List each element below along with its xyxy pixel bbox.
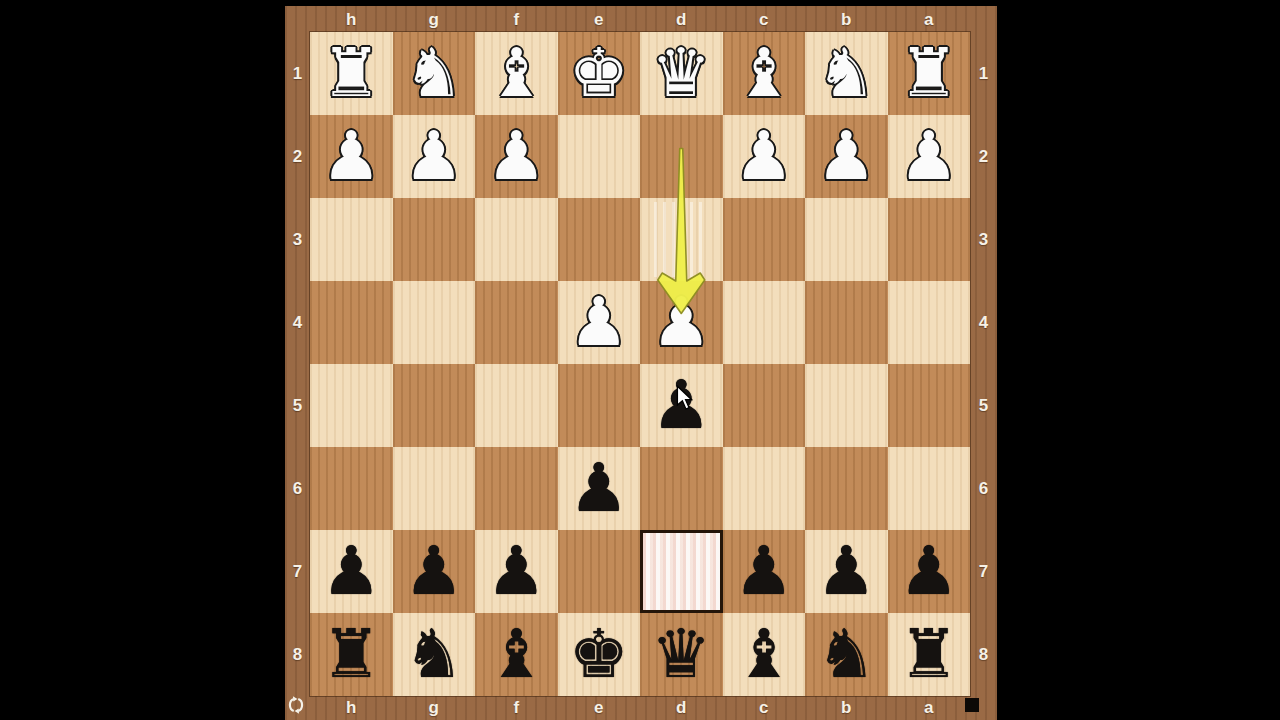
square-h3[interactable]	[310, 198, 393, 281]
square-g1[interactable]: ♞	[393, 32, 476, 115]
square-b8[interactable]: ♞	[805, 613, 888, 696]
file-label-f: f	[475, 6, 558, 32]
square-e7[interactable]	[558, 530, 641, 613]
square-h8[interactable]: ♜	[310, 613, 393, 696]
piece-black-pawn-b7[interactable]: ♟	[805, 530, 888, 613]
rank-label-2: 2	[970, 115, 997, 198]
square-g4[interactable]	[393, 281, 476, 364]
square-e3[interactable]	[558, 198, 641, 281]
file-label-a: a	[888, 696, 971, 720]
square-f8[interactable]: ♝	[475, 613, 558, 696]
square-f6[interactable]	[475, 447, 558, 530]
rank-label-1: 1	[285, 32, 310, 115]
rank-label-1: 1	[970, 32, 997, 115]
piece-black-pawn-e6[interactable]: ♟	[558, 447, 641, 530]
piece-black-pawn-d5[interactable]: ♟	[640, 364, 723, 447]
file-label-d: d	[640, 6, 723, 32]
piece-white-rook-h1[interactable]: ♜	[310, 32, 393, 115]
square-c2[interactable]: ♟	[723, 115, 806, 198]
piece-white-pawn-a2[interactable]: ♟	[888, 115, 971, 198]
file-label-c: c	[723, 696, 806, 720]
piece-black-pawn-f7[interactable]: ♟	[475, 530, 558, 613]
square-b5[interactable]	[805, 364, 888, 447]
piece-white-pawn-e4[interactable]: ♟	[558, 281, 641, 364]
file-label-e: e	[558, 6, 641, 32]
record-stop-icon[interactable]	[965, 698, 979, 712]
square-c3[interactable]	[723, 198, 806, 281]
video-stage: hgfedcba 12345678 12345678 hgfedcba ♜♞♝♚…	[0, 0, 1280, 720]
piece-white-pawn-h2[interactable]: ♟	[310, 115, 393, 198]
square-e1[interactable]: ♚	[558, 32, 641, 115]
square-a8[interactable]: ♜	[888, 613, 971, 696]
piece-white-queen-d1[interactable]: ♛	[640, 32, 723, 115]
piece-white-knight-g1[interactable]: ♞	[393, 32, 476, 115]
file-label-h: h	[310, 696, 393, 720]
square-d6[interactable]	[640, 447, 723, 530]
file-label-b: b	[805, 6, 888, 32]
square-f7[interactable]: ♟	[475, 530, 558, 613]
origin-square-highlight-d7	[640, 530, 723, 613]
square-f5[interactable]	[475, 364, 558, 447]
square-e4[interactable]: ♟	[558, 281, 641, 364]
square-g7[interactable]: ♟	[393, 530, 476, 613]
rank-label-4: 4	[970, 281, 997, 364]
square-b2[interactable]: ♟	[805, 115, 888, 198]
square-c5[interactable]	[723, 364, 806, 447]
file-label-b: b	[805, 696, 888, 720]
rank-labels-left: 12345678	[285, 32, 310, 696]
piece-black-king-e8[interactable]: ♚	[558, 613, 641, 696]
piece-white-rook-a1[interactable]: ♜	[888, 32, 971, 115]
rank-label-7: 7	[285, 530, 310, 613]
square-c1[interactable]: ♝	[723, 32, 806, 115]
piece-white-bishop-f1[interactable]: ♝	[475, 32, 558, 115]
rank-label-2: 2	[285, 115, 310, 198]
chess-board: ♜♞♝♚♛♝♞♜♟♟♟♟♟♟♟♟♟♟♟♟♟♟♟♟♜♞♝♚♛♝♞♜	[310, 32, 970, 696]
piece-black-bishop-f8[interactable]: ♝	[475, 613, 558, 696]
square-h2[interactable]: ♟	[310, 115, 393, 198]
square-b1[interactable]: ♞	[805, 32, 888, 115]
arrow-ghost-smudge	[654, 202, 708, 277]
rank-label-3: 3	[285, 198, 310, 281]
piece-black-rook-a8[interactable]: ♜	[888, 613, 971, 696]
piece-black-rook-h8[interactable]: ♜	[310, 613, 393, 696]
rank-label-8: 8	[285, 613, 310, 696]
file-label-g: g	[393, 6, 476, 32]
square-c6[interactable]	[723, 447, 806, 530]
square-b4[interactable]	[805, 281, 888, 364]
piece-black-knight-b8[interactable]: ♞	[805, 613, 888, 696]
square-f2[interactable]: ♟	[475, 115, 558, 198]
square-g3[interactable]	[393, 198, 476, 281]
square-h4[interactable]	[310, 281, 393, 364]
square-b3[interactable]	[805, 198, 888, 281]
square-a4[interactable]	[888, 281, 971, 364]
piece-white-bishop-c1[interactable]: ♝	[723, 32, 806, 115]
square-f3[interactable]	[475, 198, 558, 281]
square-g2[interactable]: ♟	[393, 115, 476, 198]
square-d8[interactable]: ♛	[640, 613, 723, 696]
square-c7[interactable]: ♟	[723, 530, 806, 613]
file-label-e: e	[558, 696, 641, 720]
square-e6[interactable]: ♟	[558, 447, 641, 530]
file-label-a: a	[888, 6, 971, 32]
square-g5[interactable]	[393, 364, 476, 447]
square-d2[interactable]	[640, 115, 723, 198]
file-label-d: d	[640, 696, 723, 720]
piece-black-pawn-c7[interactable]: ♟	[723, 530, 806, 613]
square-h6[interactable]	[310, 447, 393, 530]
square-g8[interactable]: ♞	[393, 613, 476, 696]
square-e2[interactable]	[558, 115, 641, 198]
rank-label-5: 5	[970, 364, 997, 447]
square-d5[interactable]: ♟	[640, 364, 723, 447]
piece-white-pawn-b2[interactable]: ♟	[805, 115, 888, 198]
file-label-h: h	[310, 6, 393, 32]
square-a5[interactable]	[888, 364, 971, 447]
square-d4[interactable]: ♟	[640, 281, 723, 364]
square-h5[interactable]	[310, 364, 393, 447]
rank-labels-right: 12345678	[970, 32, 997, 696]
rank-label-6: 6	[285, 447, 310, 530]
square-e5[interactable]	[558, 364, 641, 447]
square-b6[interactable]	[805, 447, 888, 530]
square-c4[interactable]	[723, 281, 806, 364]
square-e8[interactable]: ♚	[558, 613, 641, 696]
rank-label-6: 6	[970, 447, 997, 530]
file-label-c: c	[723, 6, 806, 32]
piece-white-knight-b1[interactable]: ♞	[805, 32, 888, 115]
square-h1[interactable]: ♜	[310, 32, 393, 115]
piece-black-pawn-h7[interactable]: ♟	[310, 530, 393, 613]
piece-white-pawn-d4[interactable]: ♟	[640, 281, 723, 364]
piece-black-knight-g8[interactable]: ♞	[393, 613, 476, 696]
square-h7[interactable]: ♟	[310, 530, 393, 613]
square-a7[interactable]: ♟	[888, 530, 971, 613]
file-label-g: g	[393, 696, 476, 720]
file-labels-bottom: hgfedcba	[310, 696, 970, 720]
board-frame: hgfedcba 12345678 12345678 hgfedcba ♜♞♝♚…	[285, 6, 997, 720]
square-a2[interactable]: ♟	[888, 115, 971, 198]
square-a1[interactable]: ♜	[888, 32, 971, 115]
square-f1[interactable]: ♝	[475, 32, 558, 115]
piece-black-pawn-g7[interactable]: ♟	[393, 530, 476, 613]
square-f4[interactable]	[475, 281, 558, 364]
piece-white-pawn-f2[interactable]: ♟	[475, 115, 558, 198]
piece-black-queen-d8[interactable]: ♛	[640, 613, 723, 696]
rank-label-7: 7	[970, 530, 997, 613]
square-a3[interactable]	[888, 198, 971, 281]
rank-label-8: 8	[970, 613, 997, 696]
rank-label-4: 4	[285, 281, 310, 364]
square-d1[interactable]: ♛	[640, 32, 723, 115]
square-c8[interactable]: ♝	[723, 613, 806, 696]
rank-label-5: 5	[285, 364, 310, 447]
square-b7[interactable]: ♟	[805, 530, 888, 613]
file-label-f: f	[475, 696, 558, 720]
piece-white-pawn-g2[interactable]: ♟	[393, 115, 476, 198]
rank-label-3: 3	[970, 198, 997, 281]
file-labels-top: hgfedcba	[310, 6, 970, 32]
piece-black-bishop-c8[interactable]: ♝	[723, 613, 806, 696]
piece-white-king-e1[interactable]: ♚	[558, 32, 641, 115]
square-a6[interactable]	[888, 447, 971, 530]
piece-white-pawn-c2[interactable]: ♟	[723, 115, 806, 198]
piece-black-pawn-a7[interactable]: ♟	[888, 530, 971, 613]
flip-board-icon[interactable]	[287, 696, 305, 714]
square-g6[interactable]	[393, 447, 476, 530]
